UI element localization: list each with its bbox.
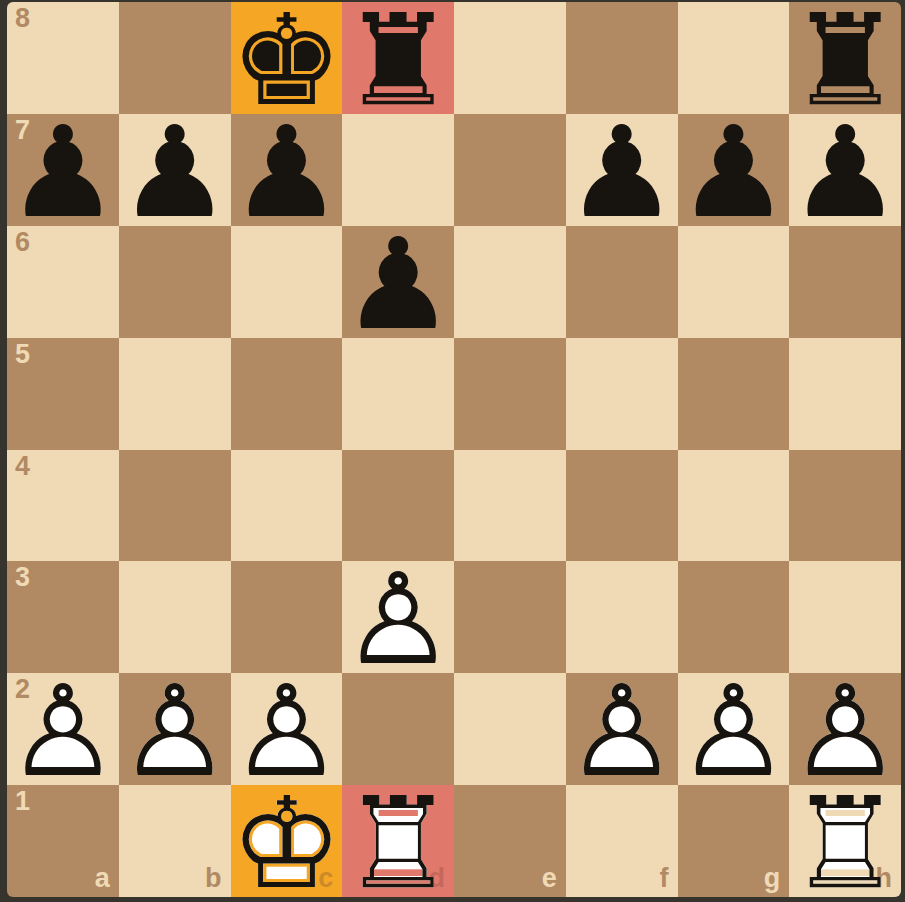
piece-black-pawn[interactable]: ♟ — [231, 114, 343, 226]
square-f4[interactable] — [566, 450, 678, 562]
white-pawn-icon: ♟ — [566, 676, 678, 788]
piece-black-rook[interactable]: ♜ — [789, 2, 901, 114]
piece-black-pawn[interactable]: ♟ — [566, 114, 678, 226]
piece-white-rook[interactable]: ♜♖ — [342, 785, 454, 897]
square-b6[interactable] — [119, 226, 231, 338]
square-f6[interactable] — [566, 226, 678, 338]
white-rook-outline-icon: ♖ — [342, 788, 454, 897]
square-b5[interactable] — [119, 338, 231, 450]
chess-board: 8♚♜♜7♟♟♟♟♟♟6♟543♟♙2♟♙♟♙♟♙♟♙♟♙♟♙1abc♚♔d♜♖… — [7, 2, 901, 897]
square-d8[interactable]: ♜ — [342, 2, 454, 114]
square-a7[interactable]: 7♟ — [7, 114, 119, 226]
white-pawn-icon: ♟ — [7, 676, 119, 788]
white-rook-outline-icon: ♖ — [789, 788, 901, 897]
square-g6[interactable] — [678, 226, 790, 338]
white-pawn-icon: ♟ — [231, 676, 343, 788]
square-b2[interactable]: ♟♙ — [119, 673, 231, 785]
square-c6[interactable] — [231, 226, 343, 338]
square-e3[interactable] — [454, 561, 566, 673]
black-pawn-icon: ♟ — [231, 117, 343, 229]
square-e2[interactable] — [454, 673, 566, 785]
square-f5[interactable] — [566, 338, 678, 450]
white-pawn-outline-icon: ♙ — [566, 676, 678, 788]
white-rook-icon: ♜ — [342, 788, 454, 897]
white-king-icon: ♚ — [231, 788, 343, 897]
black-pawn-icon: ♟ — [789, 117, 901, 229]
black-pawn-icon: ♟ — [7, 117, 119, 229]
square-c7[interactable]: ♟ — [231, 114, 343, 226]
square-c1[interactable]: c♚♔ — [231, 785, 343, 897]
square-a4[interactable]: 4 — [7, 450, 119, 562]
rank-label-8: 8 — [15, 5, 30, 32]
white-pawn-outline-icon: ♙ — [789, 676, 901, 788]
square-g5[interactable] — [678, 338, 790, 450]
chess-app-stage: 8♚♜♜7♟♟♟♟♟♟6♟543♟♙2♟♙♟♙♟♙♟♙♟♙♟♙1abc♚♔d♜♖… — [0, 0, 905, 902]
piece-black-rook[interactable]: ♜ — [342, 2, 454, 114]
square-g8[interactable] — [678, 2, 790, 114]
square-d1[interactable]: d♜♖ — [342, 785, 454, 897]
square-h6[interactable] — [789, 226, 901, 338]
square-a8[interactable]: 8 — [7, 2, 119, 114]
piece-white-rook[interactable]: ♜♖ — [789, 785, 901, 897]
black-pawn-icon: ♟ — [119, 117, 231, 229]
piece-black-pawn[interactable]: ♟ — [789, 114, 901, 226]
square-h8[interactable]: ♜ — [789, 2, 901, 114]
white-pawn-outline-icon: ♙ — [119, 676, 231, 788]
square-g1[interactable]: g — [678, 785, 790, 897]
white-pawn-icon: ♟ — [789, 676, 901, 788]
piece-white-pawn[interactable]: ♟♙ — [7, 673, 119, 785]
piece-white-pawn[interactable]: ♟♙ — [678, 673, 790, 785]
piece-white-pawn[interactable]: ♟♙ — [231, 673, 343, 785]
square-d2[interactable] — [342, 673, 454, 785]
square-c8[interactable]: ♚ — [231, 2, 343, 114]
square-g4[interactable] — [678, 450, 790, 562]
square-b7[interactable]: ♟ — [119, 114, 231, 226]
square-f7[interactable]: ♟ — [566, 114, 678, 226]
piece-black-pawn[interactable]: ♟ — [7, 114, 119, 226]
black-rook-icon: ♜ — [342, 5, 454, 117]
black-pawn-icon: ♟ — [566, 117, 678, 229]
piece-white-pawn[interactable]: ♟♙ — [119, 673, 231, 785]
square-a5[interactable]: 5 — [7, 338, 119, 450]
square-h2[interactable]: ♟♙ — [789, 673, 901, 785]
black-pawn-icon: ♟ — [678, 117, 790, 229]
piece-white-pawn[interactable]: ♟♙ — [342, 561, 454, 673]
square-e6[interactable] — [454, 226, 566, 338]
piece-black-pawn[interactable]: ♟ — [119, 114, 231, 226]
square-b1[interactable]: b — [119, 785, 231, 897]
file-label-f: f — [660, 865, 669, 892]
square-b8[interactable] — [119, 2, 231, 114]
white-pawn-outline-icon: ♙ — [231, 676, 343, 788]
square-d4[interactable] — [342, 450, 454, 562]
square-h3[interactable] — [789, 561, 901, 673]
square-b4[interactable] — [119, 450, 231, 562]
square-e1[interactable]: e — [454, 785, 566, 897]
square-f3[interactable] — [566, 561, 678, 673]
piece-black-king[interactable]: ♚ — [231, 2, 343, 114]
piece-black-pawn[interactable]: ♟ — [342, 226, 454, 338]
white-pawn-outline-icon: ♙ — [342, 564, 454, 676]
square-d3[interactable]: ♟♙ — [342, 561, 454, 673]
white-pawn-icon: ♟ — [678, 676, 790, 788]
square-e4[interactable] — [454, 450, 566, 562]
square-c3[interactable] — [231, 561, 343, 673]
file-label-a: a — [95, 865, 110, 892]
square-h5[interactable] — [789, 338, 901, 450]
file-label-g: g — [764, 865, 781, 892]
square-g3[interactable] — [678, 561, 790, 673]
white-king-outline-icon: ♔ — [231, 788, 343, 897]
square-h4[interactable] — [789, 450, 901, 562]
piece-black-pawn[interactable]: ♟ — [678, 114, 790, 226]
square-a3[interactable]: 3 — [7, 561, 119, 673]
rank-label-3: 3 — [15, 564, 30, 591]
piece-white-pawn[interactable]: ♟♙ — [566, 673, 678, 785]
square-e5[interactable] — [454, 338, 566, 450]
square-a6[interactable]: 6 — [7, 226, 119, 338]
square-h1[interactable]: h♜♖ — [789, 785, 901, 897]
square-e7[interactable] — [454, 114, 566, 226]
square-f1[interactable]: f — [566, 785, 678, 897]
piece-white-pawn[interactable]: ♟♙ — [789, 673, 901, 785]
rank-label-1: 1 — [15, 788, 30, 815]
white-pawn-outline-icon: ♙ — [7, 676, 119, 788]
square-e8[interactable] — [454, 2, 566, 114]
black-pawn-icon: ♟ — [342, 229, 454, 341]
square-c2[interactable]: ♟♙ — [231, 673, 343, 785]
white-pawn-icon: ♟ — [119, 676, 231, 788]
rank-label-5: 5 — [15, 341, 30, 368]
square-a1[interactable]: 1a — [7, 785, 119, 897]
square-c5[interactable] — [231, 338, 343, 450]
rank-label-6: 6 — [15, 229, 30, 256]
square-b3[interactable] — [119, 561, 231, 673]
square-h7[interactable]: ♟ — [789, 114, 901, 226]
piece-white-king[interactable]: ♚♔ — [231, 785, 343, 897]
square-d7[interactable] — [342, 114, 454, 226]
file-label-b: b — [205, 865, 222, 892]
square-d6[interactable]: ♟ — [342, 226, 454, 338]
rank-label-4: 4 — [15, 453, 30, 480]
black-king-icon: ♚ — [231, 5, 343, 117]
square-f2[interactable]: ♟♙ — [566, 673, 678, 785]
square-g2[interactable]: ♟♙ — [678, 673, 790, 785]
black-rook-icon: ♜ — [789, 5, 901, 117]
square-g7[interactable]: ♟ — [678, 114, 790, 226]
white-pawn-outline-icon: ♙ — [678, 676, 790, 788]
square-d5[interactable] — [342, 338, 454, 450]
file-label-e: e — [542, 865, 557, 892]
square-c4[interactable] — [231, 450, 343, 562]
square-a2[interactable]: 2♟♙ — [7, 673, 119, 785]
white-rook-icon: ♜ — [789, 788, 901, 897]
square-f8[interactable] — [566, 2, 678, 114]
white-pawn-icon: ♟ — [342, 564, 454, 676]
